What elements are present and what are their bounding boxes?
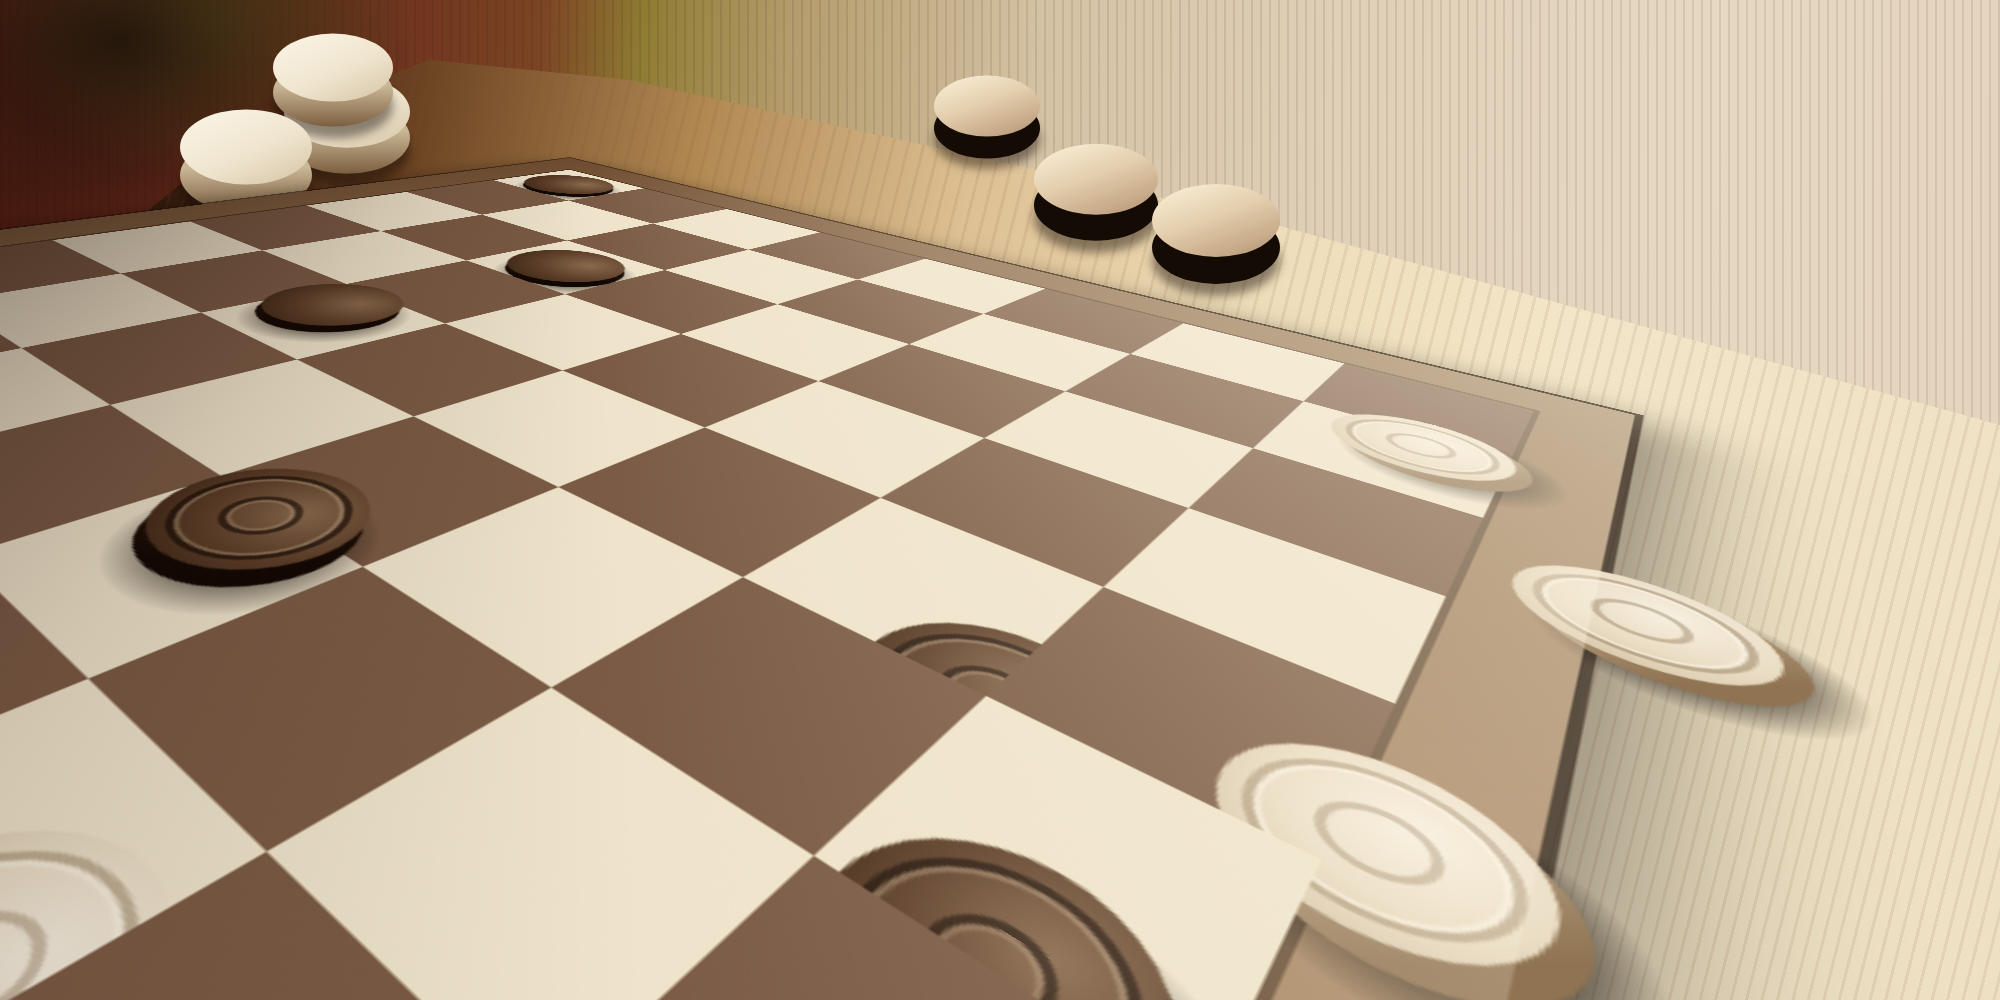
checkers-board	[0, 158, 1635, 1000]
white-piece[interactable]	[1499, 545, 1789, 716]
board-grid	[0, 170, 1534, 1000]
checkers-scene	[0, 0, 2000, 1000]
